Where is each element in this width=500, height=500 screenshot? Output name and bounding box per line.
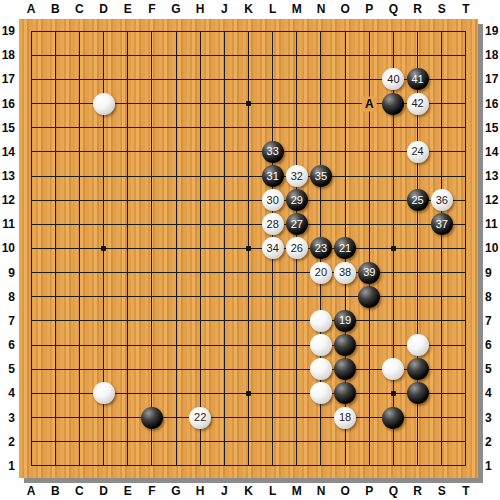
intersection[interactable] <box>454 188 478 212</box>
intersection[interactable] <box>333 381 357 405</box>
intersection[interactable] <box>381 91 405 115</box>
intersection[interactable] <box>261 67 285 91</box>
intersection[interactable] <box>43 19 67 43</box>
intersection[interactable] <box>140 430 164 454</box>
intersection[interactable] <box>43 357 67 381</box>
intersection[interactable] <box>406 43 430 67</box>
intersection[interactable] <box>406 116 430 140</box>
intersection[interactable] <box>67 236 91 260</box>
intersection[interactable] <box>67 309 91 333</box>
intersection[interactable] <box>406 19 430 43</box>
intersection[interactable] <box>454 67 478 91</box>
intersection[interactable]: 30 <box>261 188 285 212</box>
intersection[interactable] <box>67 19 91 43</box>
intersection[interactable] <box>333 188 357 212</box>
intersection[interactable] <box>67 43 91 67</box>
intersection[interactable] <box>43 381 67 405</box>
intersection[interactable] <box>43 454 67 478</box>
intersection[interactable] <box>406 381 430 405</box>
intersection[interactable] <box>236 140 260 164</box>
intersection[interactable] <box>454 406 478 430</box>
intersection[interactable] <box>454 91 478 115</box>
intersection[interactable] <box>43 43 67 67</box>
intersection[interactable] <box>406 406 430 430</box>
intersection[interactable] <box>333 91 357 115</box>
intersection[interactable] <box>212 116 236 140</box>
intersection[interactable] <box>91 381 115 405</box>
intersection[interactable] <box>19 430 43 454</box>
intersection[interactable] <box>357 43 381 67</box>
intersection[interactable] <box>381 140 405 164</box>
intersection[interactable] <box>309 140 333 164</box>
intersection[interactable] <box>140 309 164 333</box>
intersection[interactable] <box>430 454 454 478</box>
intersection[interactable] <box>381 212 405 236</box>
intersection[interactable] <box>357 116 381 140</box>
intersection[interactable] <box>188 43 212 67</box>
intersection[interactable] <box>164 357 188 381</box>
intersection[interactable] <box>164 430 188 454</box>
intersection[interactable] <box>164 67 188 91</box>
intersection[interactable] <box>406 261 430 285</box>
intersection[interactable] <box>164 116 188 140</box>
intersection[interactable] <box>285 140 309 164</box>
intersection[interactable] <box>333 430 357 454</box>
intersection[interactable] <box>43 212 67 236</box>
intersection[interactable]: 27 <box>285 212 309 236</box>
intersection[interactable] <box>261 91 285 115</box>
intersection[interactable] <box>454 164 478 188</box>
intersection[interactable] <box>285 43 309 67</box>
intersection[interactable] <box>333 19 357 43</box>
intersection[interactable] <box>430 116 454 140</box>
intersection[interactable] <box>236 19 260 43</box>
intersection[interactable] <box>164 454 188 478</box>
intersection[interactable] <box>19 116 43 140</box>
intersection[interactable] <box>19 188 43 212</box>
intersection[interactable] <box>116 454 140 478</box>
intersection[interactable] <box>19 236 43 260</box>
intersection[interactable] <box>19 212 43 236</box>
intersection[interactable] <box>91 430 115 454</box>
intersection[interactable] <box>140 67 164 91</box>
intersection[interactable] <box>430 357 454 381</box>
intersection[interactable] <box>430 91 454 115</box>
intersection[interactable] <box>43 91 67 115</box>
intersection[interactable] <box>333 357 357 381</box>
intersection[interactable] <box>454 285 478 309</box>
intersection[interactable] <box>43 236 67 260</box>
intersection[interactable] <box>357 140 381 164</box>
intersection[interactable] <box>454 212 478 236</box>
intersection[interactable] <box>381 454 405 478</box>
intersection[interactable] <box>236 188 260 212</box>
intersection[interactable] <box>212 19 236 43</box>
intersection[interactable]: 32 <box>285 164 309 188</box>
intersection[interactable] <box>140 43 164 67</box>
intersection[interactable] <box>212 140 236 164</box>
intersection[interactable]: 40 <box>381 67 405 91</box>
intersection[interactable] <box>212 333 236 357</box>
intersection[interactable] <box>91 19 115 43</box>
intersection[interactable] <box>285 333 309 357</box>
intersection[interactable] <box>454 454 478 478</box>
intersection[interactable] <box>140 357 164 381</box>
intersection[interactable] <box>116 333 140 357</box>
intersection[interactable] <box>140 188 164 212</box>
intersection[interactable] <box>188 19 212 43</box>
intersection[interactable] <box>454 357 478 381</box>
intersection[interactable] <box>406 454 430 478</box>
intersection[interactable] <box>261 261 285 285</box>
intersection[interactable] <box>236 406 260 430</box>
intersection[interactable] <box>91 333 115 357</box>
intersection[interactable] <box>67 333 91 357</box>
intersection[interactable] <box>212 67 236 91</box>
intersection[interactable] <box>188 116 212 140</box>
intersection[interactable] <box>19 67 43 91</box>
intersection[interactable] <box>140 454 164 478</box>
intersection[interactable] <box>236 43 260 67</box>
intersection[interactable] <box>212 212 236 236</box>
intersection[interactable] <box>357 430 381 454</box>
intersection[interactable] <box>212 406 236 430</box>
intersection[interactable] <box>140 19 164 43</box>
intersection[interactable] <box>116 285 140 309</box>
intersection[interactable] <box>357 188 381 212</box>
intersection[interactable] <box>333 333 357 357</box>
intersection[interactable] <box>309 43 333 67</box>
intersection[interactable] <box>164 381 188 405</box>
intersection[interactable] <box>188 430 212 454</box>
intersection[interactable] <box>19 333 43 357</box>
intersection[interactable] <box>212 261 236 285</box>
intersection[interactable] <box>91 357 115 381</box>
intersection[interactable] <box>140 140 164 164</box>
intersection[interactable] <box>261 406 285 430</box>
intersection[interactable] <box>91 164 115 188</box>
intersection[interactable] <box>236 309 260 333</box>
intersection[interactable] <box>454 309 478 333</box>
intersection[interactable]: 25 <box>406 188 430 212</box>
intersection[interactable] <box>140 236 164 260</box>
intersection[interactable] <box>188 285 212 309</box>
intersection[interactable]: 24 <box>406 140 430 164</box>
intersection[interactable] <box>188 212 212 236</box>
intersection[interactable] <box>381 261 405 285</box>
intersection[interactable]: 22 <box>188 406 212 430</box>
intersection[interactable]: 34 <box>261 236 285 260</box>
intersection[interactable] <box>357 309 381 333</box>
intersection[interactable] <box>309 188 333 212</box>
intersection[interactable]: 36 <box>430 188 454 212</box>
intersection[interactable] <box>188 357 212 381</box>
intersection[interactable] <box>333 164 357 188</box>
intersection[interactable] <box>309 19 333 43</box>
intersection[interactable] <box>454 430 478 454</box>
intersection[interactable] <box>309 285 333 309</box>
intersection[interactable] <box>140 381 164 405</box>
intersection[interactable] <box>188 91 212 115</box>
intersection[interactable] <box>188 454 212 478</box>
intersection[interactable] <box>381 333 405 357</box>
intersection[interactable] <box>91 454 115 478</box>
intersection[interactable] <box>140 285 164 309</box>
intersection[interactable] <box>381 236 405 260</box>
intersection[interactable] <box>236 381 260 405</box>
intersection[interactable] <box>333 285 357 309</box>
intersection[interactable]: 42 <box>406 91 430 115</box>
intersection[interactable] <box>406 333 430 357</box>
intersection[interactable] <box>430 381 454 405</box>
intersection[interactable] <box>212 91 236 115</box>
intersection[interactable] <box>164 285 188 309</box>
intersection[interactable] <box>406 357 430 381</box>
intersection[interactable] <box>333 67 357 91</box>
intersection[interactable] <box>236 333 260 357</box>
intersection[interactable] <box>67 164 91 188</box>
intersection[interactable] <box>285 430 309 454</box>
intersection[interactable] <box>357 454 381 478</box>
intersection[interactable] <box>236 67 260 91</box>
intersection[interactable]: 29 <box>285 188 309 212</box>
intersection[interactable] <box>19 285 43 309</box>
intersection[interactable] <box>43 285 67 309</box>
intersection[interactable] <box>91 406 115 430</box>
intersection[interactable] <box>43 261 67 285</box>
intersection[interactable] <box>406 236 430 260</box>
intersection[interactable] <box>116 406 140 430</box>
intersection[interactable] <box>454 43 478 67</box>
intersection[interactable] <box>19 261 43 285</box>
intersection[interactable] <box>164 43 188 67</box>
intersection[interactable] <box>357 19 381 43</box>
intersection[interactable] <box>67 140 91 164</box>
intersection[interactable] <box>116 309 140 333</box>
intersection[interactable] <box>43 67 67 91</box>
intersection[interactable] <box>236 212 260 236</box>
intersection[interactable] <box>140 333 164 357</box>
intersection[interactable] <box>309 116 333 140</box>
intersection[interactable] <box>43 116 67 140</box>
intersection[interactable] <box>333 454 357 478</box>
intersection[interactable] <box>430 333 454 357</box>
intersection[interactable] <box>67 188 91 212</box>
intersection[interactable] <box>43 188 67 212</box>
intersection[interactable] <box>91 285 115 309</box>
intersection[interactable] <box>91 188 115 212</box>
intersection[interactable] <box>285 357 309 381</box>
intersection[interactable] <box>430 236 454 260</box>
intersection[interactable] <box>430 19 454 43</box>
intersection[interactable] <box>454 381 478 405</box>
intersection[interactable] <box>381 188 405 212</box>
intersection[interactable] <box>116 212 140 236</box>
intersection[interactable] <box>164 140 188 164</box>
intersection[interactable] <box>116 19 140 43</box>
intersection[interactable] <box>116 164 140 188</box>
intersection[interactable] <box>381 19 405 43</box>
intersection[interactable] <box>212 236 236 260</box>
intersection[interactable] <box>212 164 236 188</box>
intersection[interactable] <box>188 188 212 212</box>
intersection[interactable] <box>309 357 333 381</box>
intersection[interactable] <box>164 164 188 188</box>
intersection[interactable] <box>236 116 260 140</box>
intersection[interactable] <box>285 91 309 115</box>
intersection[interactable] <box>164 91 188 115</box>
intersection[interactable] <box>261 116 285 140</box>
intersection[interactable] <box>261 333 285 357</box>
intersection[interactable] <box>381 116 405 140</box>
intersection[interactable] <box>188 381 212 405</box>
intersection[interactable] <box>116 67 140 91</box>
intersection[interactable] <box>164 261 188 285</box>
intersection[interactable] <box>140 116 164 140</box>
intersection[interactable] <box>164 188 188 212</box>
intersection[interactable] <box>309 212 333 236</box>
intersection[interactable] <box>67 381 91 405</box>
intersection[interactable] <box>454 116 478 140</box>
intersection[interactable] <box>19 91 43 115</box>
intersection[interactable] <box>357 333 381 357</box>
intersection[interactable] <box>91 116 115 140</box>
intersection[interactable] <box>261 19 285 43</box>
intersection[interactable] <box>357 164 381 188</box>
intersection[interactable] <box>91 43 115 67</box>
intersection[interactable] <box>19 43 43 67</box>
intersection[interactable] <box>67 406 91 430</box>
intersection[interactable] <box>309 381 333 405</box>
intersection[interactable] <box>454 19 478 43</box>
intersection[interactable] <box>309 430 333 454</box>
intersection[interactable] <box>43 140 67 164</box>
intersection[interactable] <box>381 406 405 430</box>
intersection[interactable] <box>430 140 454 164</box>
intersection[interactable] <box>116 357 140 381</box>
intersection[interactable] <box>116 140 140 164</box>
intersection[interactable] <box>406 212 430 236</box>
intersection[interactable] <box>164 406 188 430</box>
intersection[interactable] <box>140 91 164 115</box>
intersection[interactable] <box>43 333 67 357</box>
intersection[interactable] <box>381 357 405 381</box>
intersection[interactable] <box>261 309 285 333</box>
intersection[interactable] <box>212 381 236 405</box>
intersection[interactable] <box>19 309 43 333</box>
intersection[interactable] <box>43 164 67 188</box>
intersection[interactable] <box>430 43 454 67</box>
intersection[interactable] <box>261 43 285 67</box>
intersection[interactable] <box>67 116 91 140</box>
intersection[interactable] <box>285 285 309 309</box>
intersection[interactable]: 21 <box>333 236 357 260</box>
intersection[interactable] <box>188 261 212 285</box>
intersection[interactable] <box>309 67 333 91</box>
intersection[interactable] <box>357 212 381 236</box>
intersection[interactable] <box>406 430 430 454</box>
intersection[interactable] <box>164 212 188 236</box>
intersection[interactable] <box>43 406 67 430</box>
intersection[interactable] <box>285 116 309 140</box>
intersection[interactable] <box>381 43 405 67</box>
intersection[interactable] <box>406 285 430 309</box>
intersection[interactable] <box>357 236 381 260</box>
intersection[interactable] <box>91 261 115 285</box>
intersection[interactable] <box>188 333 212 357</box>
intersection[interactable] <box>212 454 236 478</box>
intersection[interactable] <box>261 454 285 478</box>
intersection[interactable] <box>116 430 140 454</box>
intersection[interactable] <box>357 381 381 405</box>
go-board[interactable]: 4041A42332431323530292536282737342623212… <box>19 19 478 478</box>
intersection[interactable] <box>309 406 333 430</box>
intersection[interactable] <box>357 406 381 430</box>
intersection[interactable] <box>91 140 115 164</box>
intersection[interactable] <box>236 164 260 188</box>
intersection[interactable] <box>164 309 188 333</box>
intersection[interactable] <box>116 381 140 405</box>
intersection[interactable] <box>67 357 91 381</box>
intersection[interactable] <box>67 91 91 115</box>
intersection[interactable] <box>381 164 405 188</box>
intersection[interactable] <box>309 309 333 333</box>
intersection[interactable] <box>188 309 212 333</box>
intersection[interactable]: 35 <box>309 164 333 188</box>
intersection[interactable] <box>91 309 115 333</box>
intersection[interactable]: 23 <box>309 236 333 260</box>
intersection[interactable]: 41 <box>406 67 430 91</box>
intersection[interactable] <box>454 261 478 285</box>
intersection[interactable] <box>140 406 164 430</box>
intersection[interactable] <box>67 285 91 309</box>
intersection[interactable]: 20 <box>309 261 333 285</box>
intersection[interactable] <box>285 261 309 285</box>
intersection[interactable] <box>164 236 188 260</box>
intersection[interactable] <box>357 67 381 91</box>
intersection[interactable] <box>381 381 405 405</box>
intersection[interactable] <box>212 357 236 381</box>
intersection[interactable] <box>91 67 115 91</box>
intersection[interactable] <box>285 381 309 405</box>
intersection[interactable]: 18 <box>333 406 357 430</box>
intersection[interactable] <box>91 212 115 236</box>
intersection[interactable] <box>333 116 357 140</box>
intersection[interactable] <box>236 430 260 454</box>
intersection[interactable] <box>309 91 333 115</box>
intersection[interactable] <box>236 454 260 478</box>
intersection[interactable] <box>164 19 188 43</box>
intersection[interactable] <box>19 406 43 430</box>
intersection[interactable] <box>285 406 309 430</box>
intersection[interactable] <box>309 454 333 478</box>
intersection[interactable] <box>333 140 357 164</box>
intersection[interactable] <box>285 454 309 478</box>
intersection[interactable] <box>116 188 140 212</box>
intersection[interactable] <box>67 454 91 478</box>
intersection[interactable] <box>67 261 91 285</box>
intersection[interactable] <box>261 430 285 454</box>
intersection[interactable] <box>91 236 115 260</box>
intersection[interactable] <box>188 140 212 164</box>
intersection[interactable] <box>140 261 164 285</box>
intersection[interactable] <box>116 91 140 115</box>
intersection[interactable] <box>116 116 140 140</box>
intersection[interactable] <box>188 67 212 91</box>
intersection[interactable]: 26 <box>285 236 309 260</box>
intersection[interactable] <box>19 19 43 43</box>
intersection[interactable] <box>454 333 478 357</box>
